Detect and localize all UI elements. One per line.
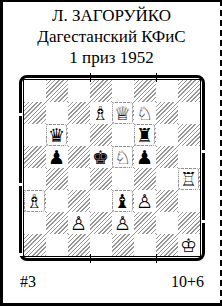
square-d4: [90, 168, 112, 190]
square-c3: [68, 190, 90, 212]
white-bishop-a3: ♗: [25, 191, 44, 211]
frame-notch: [201, 290, 206, 293]
square-a6: [24, 124, 46, 146]
square-e4: [112, 168, 134, 190]
white-king-h1: ♔: [180, 235, 197, 255]
square-e5: ♘: [112, 146, 134, 168]
square-f6: ♜: [134, 124, 156, 146]
stipulation: #3: [20, 272, 36, 292]
white-knight-e5: ♘: [113, 147, 132, 167]
white-queen-e7: ♕: [113, 103, 132, 123]
square-f4: [134, 168, 156, 190]
frame-notch: [201, 220, 206, 223]
square-f5: ♟: [134, 146, 156, 168]
frame-tick: [90, 73, 91, 82]
black-rook-f6: ♜: [135, 125, 154, 145]
white-rook-h4: ♖: [179, 169, 198, 189]
square-g7: [156, 102, 178, 124]
square-f7: ♘: [134, 102, 156, 124]
square-g1: [156, 234, 178, 256]
chess-board: ♗♕♘♛♜♟♚♘♟♖♗♝♙♙♙♔: [19, 75, 205, 261]
square-a5: [24, 146, 46, 168]
material-count: 10+6: [171, 272, 204, 292]
board-grid: ♗♕♘♛♜♟♚♘♟♖♗♝♙♙♙♔: [24, 80, 200, 256]
diagram-header: Л. ЗАГОРУЙКО Дагестанский КФиС 1 приз 19…: [37, 5, 185, 68]
square-g8: [156, 80, 178, 102]
square-d5: ♚: [90, 146, 112, 168]
square-d1: [90, 234, 112, 256]
white-pawn-c2: ♙: [70, 213, 87, 233]
square-g2: [156, 212, 178, 234]
square-h7: [178, 102, 200, 124]
frame-tick: [90, 254, 91, 263]
square-a8: [24, 80, 46, 102]
square-b4: [46, 168, 68, 190]
square-g3: [156, 190, 178, 212]
white-bishop-d7: ♗: [92, 103, 109, 123]
square-c5: [68, 146, 90, 168]
square-e2: ♙: [112, 212, 134, 234]
square-a7: [24, 102, 46, 124]
square-b1: [46, 234, 68, 256]
board-frame: ♗♕♘♛♜♟♚♘♟♖♗♝♙♙♙♔: [19, 75, 205, 261]
square-f1: [134, 234, 156, 256]
square-a4: [24, 168, 46, 190]
square-h5: [178, 146, 200, 168]
white-pawn-f3: ♙: [136, 191, 153, 211]
square-d2: [90, 212, 112, 234]
square-b8: [46, 80, 68, 102]
square-h6: [178, 124, 200, 146]
square-h3: [178, 190, 200, 212]
tourney-source: Дагестанский КФиС: [37, 26, 185, 47]
square-e8: [112, 80, 134, 102]
frame-notch: [18, 183, 23, 186]
black-pawn-b5: ♟: [48, 147, 65, 167]
square-f8: [134, 80, 156, 102]
square-c1: [68, 234, 90, 256]
square-d8: [90, 80, 112, 102]
square-d3: [90, 190, 112, 212]
square-e1: [112, 234, 134, 256]
square-a3: ♗: [24, 190, 46, 212]
square-a2: [24, 212, 46, 234]
square-b6: ♛: [46, 124, 68, 146]
black-bishop-e3: ♝: [113, 191, 132, 211]
square-c7: [68, 102, 90, 124]
square-g5: [156, 146, 178, 168]
square-d7: ♗: [90, 102, 112, 124]
square-d6: [90, 124, 112, 146]
diagram-footer: #3 10+6: [3, 272, 220, 292]
square-f2: [134, 212, 156, 234]
square-h4: ♖: [178, 168, 200, 190]
square-a1: [24, 234, 46, 256]
composer-name: Л. ЗАГОРУЙКО: [37, 5, 185, 26]
frame-notch: [18, 253, 23, 256]
square-g4: [156, 168, 178, 190]
square-h1: ♔: [178, 234, 200, 256]
board-inner-frame: ♗♕♘♛♜♟♚♘♟♖♗♝♙♙♙♔: [23, 79, 201, 257]
square-g6: [156, 124, 178, 146]
black-queen-b6: ♛: [47, 125, 66, 145]
square-f3: ♙: [134, 190, 156, 212]
square-c6: [68, 124, 90, 146]
white-pawn-e2: ♙: [114, 213, 131, 233]
frame-notch: [18, 113, 23, 116]
square-h8: [178, 80, 200, 102]
chess-problem-card: Л. ЗАГОРУЙКО Дагестанский КФиС 1 приз 19…: [0, 0, 222, 306]
square-h2: [178, 212, 200, 234]
square-c2: ♙: [68, 212, 90, 234]
frame-tick: [156, 73, 157, 82]
square-b7: [46, 102, 68, 124]
black-king-d5: ♚: [92, 147, 109, 167]
frame-notch: [201, 150, 206, 153]
white-knight-f7: ♘: [136, 103, 153, 123]
frame-tick: [156, 254, 157, 263]
square-e7: ♕: [112, 102, 134, 124]
square-b2: [46, 212, 68, 234]
square-e3: ♝: [112, 190, 134, 212]
square-c4: [68, 168, 90, 190]
square-e6: [112, 124, 134, 146]
square-b5: ♟: [46, 146, 68, 168]
black-pawn-f5: ♟: [136, 147, 153, 167]
square-c8: [68, 80, 90, 102]
award-year: 1 приз 1952: [37, 47, 185, 68]
square-b3: [46, 190, 68, 212]
